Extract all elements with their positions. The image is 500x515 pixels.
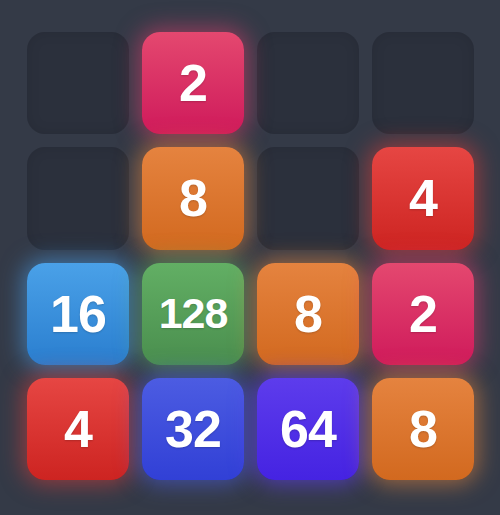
- tile-value: 8: [294, 288, 322, 340]
- tile-2: 2: [142, 32, 244, 134]
- tile-value: 16: [50, 288, 106, 340]
- tile-32: 32: [142, 378, 244, 480]
- tile-2: 2: [372, 263, 474, 365]
- tile-4: 4: [372, 147, 474, 249]
- empty-cell: [27, 32, 129, 134]
- tile-value: 2: [409, 288, 437, 340]
- empty-cell: [257, 32, 359, 134]
- tile-value: 4: [409, 172, 437, 224]
- tile-value: 64: [280, 403, 336, 455]
- tile-64: 64: [257, 378, 359, 480]
- board-2048[interactable]: 2841612882432648: [0, 0, 500, 515]
- tile-8: 8: [372, 378, 474, 480]
- tile-value: 2: [179, 57, 207, 109]
- tile-value: 8: [409, 403, 437, 455]
- tile-value: 4: [64, 403, 92, 455]
- tile-16: 16: [27, 263, 129, 365]
- tile-value: 128: [159, 292, 228, 335]
- empty-cell: [257, 147, 359, 249]
- tile-value: 32: [165, 403, 221, 455]
- game-2048-screen: 2841612882432648: [0, 0, 500, 515]
- empty-cell: [27, 147, 129, 249]
- tile-value: 8: [179, 172, 207, 224]
- empty-cell: [372, 32, 474, 134]
- tile-8: 8: [142, 147, 244, 249]
- tile-128: 128: [142, 263, 244, 365]
- tile-4: 4: [27, 378, 129, 480]
- tile-8: 8: [257, 263, 359, 365]
